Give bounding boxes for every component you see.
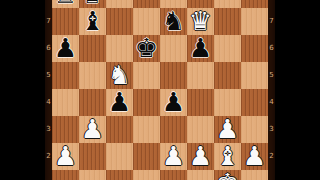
square-g2[interactable]: ♝ (214, 143, 241, 170)
square-c3[interactable] (106, 116, 133, 143)
square-b2[interactable] (79, 143, 106, 170)
square-a2[interactable]: ♟ (52, 143, 79, 170)
rank-label-8-left: 8 (45, 0, 52, 8)
square-h8[interactable] (241, 0, 268, 8)
white-bishop-g2[interactable]: ♝ (214, 143, 241, 170)
square-c1[interactable] (106, 170, 133, 180)
white-pawn-e2[interactable]: ♟ (160, 143, 187, 170)
square-d4[interactable] (133, 89, 160, 116)
square-c6[interactable] (106, 35, 133, 62)
square-a8[interactable]: ♜ (52, 0, 79, 8)
square-b3[interactable]: ♟ (79, 116, 106, 143)
white-queen-f7[interactable]: ♛ (187, 8, 214, 35)
rank-label-4-right: 4 (268, 89, 275, 116)
square-h7[interactable] (241, 8, 268, 35)
square-c7[interactable] (106, 8, 133, 35)
square-b6[interactable] (79, 35, 106, 62)
square-e5[interactable] (160, 62, 187, 89)
square-d2[interactable] (133, 143, 160, 170)
square-e7[interactable]: ♞ (160, 8, 187, 35)
white-pawn-a2[interactable]: ♟ (52, 143, 79, 170)
square-a1[interactable] (52, 170, 79, 180)
square-h1[interactable] (241, 170, 268, 180)
rank-label-3-left: 3 (45, 116, 52, 143)
square-e4[interactable]: ♟ (160, 89, 187, 116)
square-d7[interactable] (133, 8, 160, 35)
square-f4[interactable] (187, 89, 214, 116)
square-d5[interactable] (133, 62, 160, 89)
rank-label-1-left: 1 (45, 170, 52, 180)
square-h3[interactable] (241, 116, 268, 143)
black-bishop-b7[interactable]: ♝ (79, 8, 106, 35)
square-c8[interactable] (106, 0, 133, 8)
square-e3[interactable] (160, 116, 187, 143)
square-f7[interactable]: ♛ (187, 8, 214, 35)
white-pawn-f2[interactable]: ♟ (187, 143, 214, 170)
square-a6[interactable]: ♟ (52, 35, 79, 62)
square-d1[interactable] (133, 170, 160, 180)
board-frame: ♜♛♝♞♛♟♚♟♞♟♟♟♟♟♟♟♝♟♚ 8877665544332211 (45, 0, 275, 180)
chess-board: ♜♛♝♞♛♟♚♟♞♟♟♟♟♟♟♟♝♟♚ (52, 0, 268, 180)
square-b1[interactable] (79, 170, 106, 180)
rank-label-5-right: 5 (268, 62, 275, 89)
square-a3[interactable] (52, 116, 79, 143)
rank-label-8-right: 8 (268, 0, 275, 8)
square-f5[interactable] (187, 62, 214, 89)
square-a5[interactable] (52, 62, 79, 89)
rank-label-7-right: 7 (268, 8, 275, 35)
square-h6[interactable] (241, 35, 268, 62)
square-h4[interactable] (241, 89, 268, 116)
white-pawn-h2[interactable]: ♟ (241, 143, 268, 170)
rank-label-4-left: 4 (45, 89, 52, 116)
square-d6[interactable]: ♚ (133, 35, 160, 62)
square-a4[interactable] (52, 89, 79, 116)
square-f6[interactable]: ♟ (187, 35, 214, 62)
rank-label-6-left: 6 (45, 35, 52, 62)
black-knight-e7[interactable]: ♞ (160, 8, 187, 35)
rank-label-1-right: 1 (268, 170, 275, 180)
rank-label-3-right: 3 (268, 116, 275, 143)
square-g3[interactable]: ♟ (214, 116, 241, 143)
black-rook-a8[interactable]: ♜ (52, 0, 79, 8)
square-g5[interactable] (214, 62, 241, 89)
white-pawn-b3[interactable]: ♟ (79, 116, 106, 143)
square-b5[interactable] (79, 62, 106, 89)
black-pawn-f6[interactable]: ♟ (187, 35, 214, 62)
square-c2[interactable] (106, 143, 133, 170)
square-h2[interactable]: ♟ (241, 143, 268, 170)
square-f3[interactable] (187, 116, 214, 143)
white-pawn-g3[interactable]: ♟ (214, 116, 241, 143)
white-king-g1[interactable]: ♚ (214, 170, 241, 180)
rank-label-5-left: 5 (45, 62, 52, 89)
chessboard-video-frame: ♜♛♝♞♛♟♚♟♞♟♟♟♟♟♟♟♝♟♚ 8877665544332211 (0, 0, 320, 180)
square-g8[interactable] (214, 0, 241, 8)
black-pawn-a6[interactable]: ♟ (52, 35, 79, 62)
square-d8[interactable] (133, 0, 160, 8)
rank-label-7-left: 7 (45, 8, 52, 35)
square-f1[interactable] (187, 170, 214, 180)
square-g1[interactable]: ♚ (214, 170, 241, 180)
square-e2[interactable]: ♟ (160, 143, 187, 170)
square-d3[interactable] (133, 116, 160, 143)
black-pawn-e4[interactable]: ♟ (160, 89, 187, 116)
square-c5[interactable]: ♞ (106, 62, 133, 89)
white-knight-c5[interactable]: ♞ (106, 62, 133, 89)
square-e1[interactable] (160, 170, 187, 180)
square-e6[interactable] (160, 35, 187, 62)
square-h5[interactable] (241, 62, 268, 89)
square-g6[interactable] (214, 35, 241, 62)
square-g7[interactable] (214, 8, 241, 35)
square-c4[interactable]: ♟ (106, 89, 133, 116)
black-pawn-c4[interactable]: ♟ (106, 89, 133, 116)
square-f2[interactable]: ♟ (187, 143, 214, 170)
square-g4[interactable] (214, 89, 241, 116)
rank-label-2-left: 2 (45, 143, 52, 170)
square-b7[interactable]: ♝ (79, 8, 106, 35)
square-b4[interactable] (79, 89, 106, 116)
square-a7[interactable] (52, 8, 79, 35)
black-king-d6[interactable]: ♚ (133, 35, 160, 62)
rank-label-2-right: 2 (268, 143, 275, 170)
rank-label-6-right: 6 (268, 35, 275, 62)
